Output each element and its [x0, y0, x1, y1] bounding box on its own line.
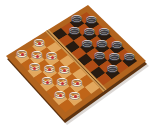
- glass-label-dot: [46, 81, 49, 84]
- glass-label-dot: [38, 42, 41, 45]
- glass-label-dot: [59, 94, 62, 97]
- glass-label-dot: [51, 56, 54, 59]
- checkers-piece-dark[interactable]: ⛂: [106, 61, 120, 76]
- glass-label-dot: [74, 95, 77, 98]
- checkers-piece-dark[interactable]: ⛂: [123, 49, 137, 64]
- glass-label-dot: [76, 82, 79, 85]
- checkers-piece-light[interactable]: ⛀: [53, 87, 67, 102]
- glass-label-dot: [63, 69, 66, 72]
- glass-label-dot: [21, 53, 24, 56]
- glass-label-dot: [33, 67, 36, 70]
- product-photo-canvas: ⛂⛂⛂⛂⛂⛂⛂⛂⛂⛂⛂⛂⛀⛀⛀⛀⛀⛀⛀⛀⛀⛀⛀⛀: [0, 0, 150, 129]
- glass-label-dot: [36, 55, 39, 58]
- glass-label-dot: [61, 82, 64, 85]
- checkers-piece-light[interactable]: ⛀: [68, 88, 82, 103]
- glass-label-dot: [48, 68, 51, 71]
